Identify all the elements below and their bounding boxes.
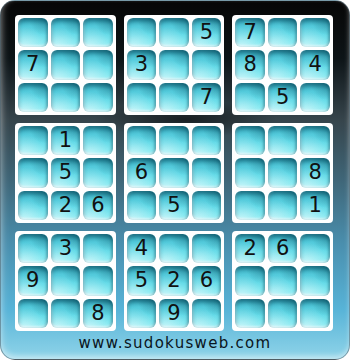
cell-digit: 1 — [59, 130, 72, 151]
cell-r3c4[interactable] — [127, 83, 157, 112]
board-footer: www.sudokusweb.com — [11, 334, 339, 354]
cell-r7c3[interactable] — [83, 234, 113, 263]
cell-r2c3[interactable] — [83, 50, 113, 79]
cell-r6c1[interactable] — [18, 191, 48, 220]
cell-r5c2[interactable]: 5 — [51, 158, 81, 187]
cell-r9c7[interactable] — [235, 299, 265, 328]
cell-r1c8[interactable] — [268, 18, 298, 47]
cell-digit: 6 — [276, 238, 289, 259]
cell-r8c3[interactable] — [83, 266, 113, 295]
cell-r4c3[interactable] — [83, 126, 113, 155]
cell-r3c5[interactable] — [159, 83, 189, 112]
cell-r6c7[interactable] — [235, 191, 265, 220]
box-b2: 537 — [124, 15, 225, 115]
cell-r4c6[interactable] — [192, 126, 222, 155]
cell-digit: 2 — [59, 195, 72, 216]
cell-r8c4[interactable]: 5 — [127, 266, 157, 295]
cell-r6c4[interactable] — [127, 191, 157, 220]
cell-r2c7[interactable]: 8 — [235, 50, 265, 79]
cell-r1c5[interactable] — [159, 18, 189, 47]
cell-r9c1[interactable] — [18, 299, 48, 328]
box-b3: 7845 — [232, 15, 333, 115]
cell-digit: 8 — [91, 303, 104, 324]
cell-r8c2[interactable] — [51, 266, 81, 295]
cell-r2c2[interactable] — [51, 50, 81, 79]
cell-r7c2[interactable]: 3 — [51, 234, 81, 263]
cell-r3c6[interactable]: 7 — [192, 83, 222, 112]
cell-r4c1[interactable] — [18, 126, 48, 155]
box-b4: 1526 — [15, 123, 116, 223]
cell-r6c2[interactable]: 2 — [51, 191, 81, 220]
cell-digit: 9 — [26, 270, 39, 291]
cell-r6c9[interactable]: 1 — [300, 191, 330, 220]
cell-r8c8[interactable] — [268, 266, 298, 295]
cell-r7c9[interactable] — [300, 234, 330, 263]
cell-r7c6[interactable] — [192, 234, 222, 263]
cell-r1c6[interactable]: 5 — [192, 18, 222, 47]
cell-r3c7[interactable] — [235, 83, 265, 112]
cell-r7c8[interactable]: 6 — [268, 234, 298, 263]
cell-r6c6[interactable] — [192, 191, 222, 220]
cell-r3c1[interactable] — [18, 83, 48, 112]
cell-digit: 1 — [309, 195, 322, 216]
cell-digit: 7 — [26, 54, 39, 75]
cell-digit: 6 — [91, 195, 104, 216]
cell-r4c4[interactable] — [127, 126, 157, 155]
cell-r5c5[interactable] — [159, 158, 189, 187]
cell-r2c6[interactable] — [192, 50, 222, 79]
cell-r2c9[interactable]: 4 — [300, 50, 330, 79]
sudoku-board: 7 537 7845 1526 65 81 398 45269 26 www.s… — [0, 0, 350, 360]
cell-r3c2[interactable] — [51, 83, 81, 112]
cell-r2c8[interactable] — [268, 50, 298, 79]
cell-digit: 2 — [243, 238, 256, 259]
cell-digit: 2 — [167, 270, 180, 291]
cell-r6c5[interactable]: 5 — [159, 191, 189, 220]
cell-digit: 4 — [309, 54, 322, 75]
cell-r9c5[interactable]: 9 — [159, 299, 189, 328]
cell-digit: 5 — [135, 270, 148, 291]
cell-digit: 5 — [167, 195, 180, 216]
cell-r4c2[interactable]: 1 — [51, 126, 81, 155]
cell-r8c9[interactable] — [300, 266, 330, 295]
cell-digit: 8 — [243, 54, 256, 75]
cell-r5c7[interactable] — [235, 158, 265, 187]
cell-digit: 8 — [309, 162, 322, 183]
cell-r4c7[interactable] — [235, 126, 265, 155]
box-b8: 45269 — [124, 231, 225, 331]
cell-r9c9[interactable] — [300, 299, 330, 328]
cell-r2c1[interactable]: 7 — [18, 50, 48, 79]
cell-r4c5[interactable] — [159, 126, 189, 155]
cell-r1c7[interactable]: 7 — [235, 18, 265, 47]
cell-r3c3[interactable] — [83, 83, 113, 112]
cell-r5c4[interactable]: 6 — [127, 158, 157, 187]
cell-r1c3[interactable] — [83, 18, 113, 47]
cell-digit: 9 — [167, 303, 180, 324]
cell-r6c3[interactable]: 6 — [83, 191, 113, 220]
cell-r3c9[interactable] — [300, 83, 330, 112]
cell-r9c6[interactable] — [192, 299, 222, 328]
cell-r5c1[interactable] — [18, 158, 48, 187]
box-b5: 65 — [124, 123, 225, 223]
cell-r9c2[interactable] — [51, 299, 81, 328]
cell-digit: 6 — [135, 162, 148, 183]
box-b9: 26 — [232, 231, 333, 331]
cell-r8c1[interactable]: 9 — [18, 266, 48, 295]
site-url: www.sudokusweb.com — [79, 334, 272, 352]
cell-r5c9[interactable]: 8 — [300, 158, 330, 187]
cell-r5c8[interactable] — [268, 158, 298, 187]
box-b7: 398 — [15, 231, 116, 331]
cell-r8c7[interactable] — [235, 266, 265, 295]
cell-r7c4[interactable]: 4 — [127, 234, 157, 263]
cell-r1c9[interactable] — [300, 18, 330, 47]
cell-r6c8[interactable] — [268, 191, 298, 220]
cell-digit: 3 — [59, 238, 72, 259]
cell-r3c8[interactable]: 5 — [268, 83, 298, 112]
box-b6: 81 — [232, 123, 333, 223]
cell-r1c1[interactable] — [18, 18, 48, 47]
cell-r4c8[interactable] — [268, 126, 298, 155]
cell-digit: 7 — [243, 22, 256, 43]
cell-r7c7[interactable]: 2 — [235, 234, 265, 263]
cell-digit: 5 — [276, 87, 289, 108]
cell-digit: 4 — [135, 238, 148, 259]
cell-r7c5[interactable] — [159, 234, 189, 263]
cell-r8c5[interactable]: 2 — [159, 266, 189, 295]
cell-r5c6[interactable] — [192, 158, 222, 187]
cell-digit: 7 — [200, 87, 213, 108]
cell-digit: 3 — [135, 54, 148, 75]
cell-r2c4[interactable]: 3 — [127, 50, 157, 79]
cell-r9c8[interactable] — [268, 299, 298, 328]
cell-r5c3[interactable] — [83, 158, 113, 187]
cell-r8c6[interactable]: 6 — [192, 266, 222, 295]
cell-digit: 5 — [200, 22, 213, 43]
cell-r9c3[interactable]: 8 — [83, 299, 113, 328]
cell-digit: 5 — [59, 162, 72, 183]
cell-r1c2[interactable] — [51, 18, 81, 47]
box-b1: 7 — [15, 15, 116, 115]
cell-r2c5[interactable] — [159, 50, 189, 79]
cell-r4c9[interactable] — [300, 126, 330, 155]
cell-r9c4[interactable] — [127, 299, 157, 328]
cell-r7c1[interactable] — [18, 234, 48, 263]
cell-digit: 6 — [200, 270, 213, 291]
sudoku-grid: 7 537 7845 1526 65 81 398 45269 26 — [15, 15, 333, 331]
cell-r1c4[interactable] — [127, 18, 157, 47]
